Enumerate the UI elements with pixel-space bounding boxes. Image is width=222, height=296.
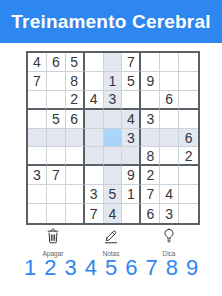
- sudoku-board[interactable]: 4657781592436564336823792351747463: [26, 51, 200, 225]
- hint-button[interactable]: Dica: [152, 227, 186, 257]
- cell-r1c5[interactable]: [104, 53, 123, 72]
- cell-r5c6[interactable]: 3: [122, 129, 141, 148]
- bulb-icon: [160, 227, 178, 248]
- cell-r5c7[interactable]: [141, 129, 160, 148]
- cell-r6c1[interactable]: [28, 147, 47, 166]
- cell-r7c9[interactable]: [179, 166, 198, 185]
- cell-r7c4[interactable]: [85, 166, 104, 185]
- cell-r7c5[interactable]: [104, 166, 123, 185]
- cell-r9c8[interactable]: 3: [160, 204, 179, 223]
- cell-r1c9[interactable]: [179, 53, 198, 72]
- cell-r6c4[interactable]: [85, 147, 104, 166]
- cell-r3c6[interactable]: [122, 91, 141, 110]
- cell-r5c1[interactable]: [28, 129, 47, 148]
- cell-r3c7[interactable]: [141, 91, 160, 110]
- cell-r5c8[interactable]: [160, 129, 179, 148]
- cell-r2c9[interactable]: [179, 72, 198, 91]
- erase-button[interactable]: Apagar: [36, 227, 70, 257]
- cell-r5c9[interactable]: 6: [179, 129, 198, 148]
- cell-r1c3[interactable]: 5: [66, 53, 85, 72]
- cell-r2c8[interactable]: [160, 72, 179, 91]
- toolbar: Apagar Notas Dica: [0, 227, 222, 257]
- cell-r6c5[interactable]: [104, 147, 123, 166]
- cell-r6c9[interactable]: 2: [179, 147, 198, 166]
- cell-r2c6[interactable]: 5: [122, 72, 141, 91]
- numpad-9[interactable]: 9: [186, 256, 198, 280]
- cell-r3c1[interactable]: [28, 91, 47, 110]
- trash-icon: [44, 227, 62, 248]
- cell-r3c5[interactable]: 3: [104, 91, 123, 110]
- numpad-1[interactable]: 1: [24, 256, 36, 280]
- cell-r2c7[interactable]: 9: [141, 72, 160, 91]
- cell-r6c3[interactable]: [66, 147, 85, 166]
- cell-r4c9[interactable]: [179, 110, 198, 129]
- cell-r4c4[interactable]: [85, 110, 104, 129]
- numpad-7[interactable]: 7: [145, 256, 157, 280]
- cell-r7c1[interactable]: 3: [28, 166, 47, 185]
- cell-r1c8[interactable]: [160, 53, 179, 72]
- cell-r9c4[interactable]: 7: [85, 204, 104, 223]
- cell-r1c4[interactable]: [85, 53, 104, 72]
- cell-r6c8[interactable]: [160, 147, 179, 166]
- numpad-3[interactable]: 3: [64, 256, 76, 280]
- cell-r2c2[interactable]: [47, 72, 66, 91]
- numpad-8[interactable]: 8: [166, 256, 178, 280]
- numpad-4[interactable]: 4: [85, 256, 97, 280]
- cell-r8c2[interactable]: [47, 185, 66, 204]
- cell-r7c8[interactable]: [160, 166, 179, 185]
- cell-r5c3[interactable]: [66, 129, 85, 148]
- cell-r9c5[interactable]: 4: [104, 204, 123, 223]
- cell-r4c1[interactable]: [28, 110, 47, 129]
- cell-r9c7[interactable]: 6: [141, 204, 160, 223]
- page-title: Treinamento Cerebral: [11, 11, 210, 33]
- cell-r8c9[interactable]: [179, 185, 198, 204]
- cell-r8c3[interactable]: [66, 185, 85, 204]
- cell-r1c7[interactable]: [141, 53, 160, 72]
- cell-r7c7[interactable]: 2: [141, 166, 160, 185]
- cell-r8c1[interactable]: [28, 185, 47, 204]
- cell-r3c9[interactable]: [179, 91, 198, 110]
- cell-r9c1[interactable]: [28, 204, 47, 223]
- cell-r3c8[interactable]: 6: [160, 91, 179, 110]
- cell-r8c4[interactable]: 3: [85, 185, 104, 204]
- cell-r4c7[interactable]: 3: [141, 110, 160, 129]
- cell-r7c2[interactable]: 7: [47, 166, 66, 185]
- cell-r8c8[interactable]: 4: [160, 185, 179, 204]
- cell-r6c2[interactable]: [47, 147, 66, 166]
- cell-r3c4[interactable]: 4: [85, 91, 104, 110]
- cell-r7c6[interactable]: 9: [122, 166, 141, 185]
- app-header: Treinamento Cerebral: [0, 0, 222, 43]
- cell-r5c4[interactable]: [85, 129, 104, 148]
- cell-r9c3[interactable]: [66, 204, 85, 223]
- numpad-2[interactable]: 2: [44, 256, 56, 280]
- cell-r5c5[interactable]: [104, 129, 123, 148]
- cell-r3c2[interactable]: [47, 91, 66, 110]
- cell-r8c6[interactable]: 1: [122, 185, 141, 204]
- cell-r8c7[interactable]: 7: [141, 185, 160, 204]
- cell-r6c7[interactable]: 8: [141, 147, 160, 166]
- cell-r2c4[interactable]: [85, 72, 104, 91]
- cell-r2c5[interactable]: 1: [104, 72, 123, 91]
- cell-r9c2[interactable]: [47, 204, 66, 223]
- cell-r8c5[interactable]: 5: [104, 185, 123, 204]
- cell-r1c1[interactable]: 4: [28, 53, 47, 72]
- cell-r4c8[interactable]: [160, 110, 179, 129]
- cell-r4c2[interactable]: 5: [47, 110, 66, 129]
- cell-r4c3[interactable]: 6: [66, 110, 85, 129]
- numpad-6[interactable]: 6: [125, 256, 137, 280]
- cell-r2c3[interactable]: 8: [66, 72, 85, 91]
- numpad-5[interactable]: 5: [105, 256, 117, 280]
- cell-r2c1[interactable]: 7: [28, 72, 47, 91]
- notes-button[interactable]: Notas: [94, 227, 128, 257]
- cell-r9c9[interactable]: [179, 204, 198, 223]
- cell-r6c6[interactable]: [122, 147, 141, 166]
- pencil-icon: [102, 227, 120, 248]
- cell-r1c2[interactable]: 6: [47, 53, 66, 72]
- cell-r7c3[interactable]: [66, 166, 85, 185]
- cell-r9c6[interactable]: [122, 204, 141, 223]
- cell-r5c2[interactable]: [47, 129, 66, 148]
- app-screen: Treinamento Cerebral 4657781592436564336…: [0, 0, 222, 296]
- cell-r4c6[interactable]: 4: [122, 110, 141, 129]
- cell-r1c6[interactable]: 7: [122, 53, 141, 72]
- number-pad: 123456789: [0, 256, 222, 280]
- cell-r3c3[interactable]: 2: [66, 91, 85, 110]
- cell-r4c5[interactable]: [104, 110, 123, 129]
